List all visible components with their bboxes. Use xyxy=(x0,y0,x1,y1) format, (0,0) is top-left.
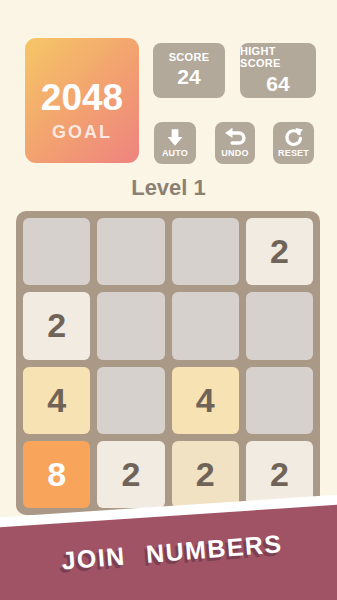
auto-button-label: AUTO xyxy=(162,149,188,158)
score-label: SCORE xyxy=(169,51,210,63)
empty-cell xyxy=(172,218,239,285)
empty-cell xyxy=(246,292,313,359)
tile-2: 2 xyxy=(23,292,90,359)
tile-2: 2 xyxy=(97,441,164,508)
tile-4: 4 xyxy=(172,367,239,434)
reset-button-label: RESET xyxy=(278,149,309,158)
app-screen: 2048 GOAL SCORE 24 HIGHT SCORE 64 AUTO U… xyxy=(0,0,337,600)
tile-8: 8 xyxy=(23,441,90,508)
empty-cell xyxy=(23,218,90,285)
high-score-label: HIGHT SCORE xyxy=(240,45,316,69)
reset-arrow-icon xyxy=(283,125,304,149)
tile-4: 4 xyxy=(23,367,90,434)
goal-label: GOAL xyxy=(52,122,112,143)
empty-cell xyxy=(172,292,239,359)
tile-2: 2 xyxy=(246,218,313,285)
undo-button[interactable]: UNDO xyxy=(215,122,255,164)
undo-arrow-icon xyxy=(223,125,248,149)
empty-cell xyxy=(97,218,164,285)
undo-button-label: UNDO xyxy=(221,149,248,158)
empty-cell xyxy=(246,367,313,434)
banner-text: JOIN NUMBERS xyxy=(0,524,337,581)
high-score-value: 64 xyxy=(266,72,289,96)
high-score-box: HIGHT SCORE 64 xyxy=(240,43,316,98)
empty-cell xyxy=(97,367,164,434)
score-value: 24 xyxy=(177,65,200,89)
goal-number: 2048 xyxy=(41,79,123,116)
tile-2: 2 xyxy=(172,441,239,508)
level-indicator: Level 1 xyxy=(0,175,337,201)
goal-tile: 2048 GOAL xyxy=(25,38,139,163)
auto-button[interactable]: AUTO xyxy=(154,122,196,164)
reset-button[interactable]: RESET xyxy=(273,122,314,164)
empty-cell xyxy=(97,292,164,359)
game-board[interactable]: 22448222 xyxy=(16,211,320,515)
down-arrow-icon xyxy=(164,125,186,149)
score-box: SCORE 24 xyxy=(153,43,225,98)
